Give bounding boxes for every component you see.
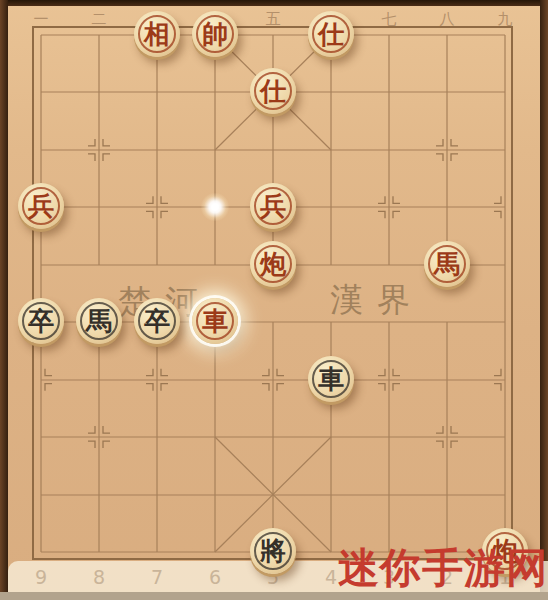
xiangqi-board[interactable]: 相帥仕仕兵兵炮馬車炮卒馬卒車將	[0, 0, 548, 600]
last-move-highlight[interactable]	[200, 192, 230, 222]
piece-character: 車	[318, 366, 344, 392]
piece-black-general[interactable]: 將	[250, 528, 296, 574]
piece-character: 卒	[144, 308, 170, 334]
piece-character: 將	[260, 538, 286, 564]
piece-black-soldier[interactable]: 卒	[134, 298, 180, 344]
piece-character: 帥	[202, 21, 228, 47]
piece-character: 炮	[260, 251, 286, 277]
piece-character: 馬	[86, 308, 112, 334]
piece-red-advisor[interactable]: 仕	[250, 68, 296, 114]
piece-black-horse[interactable]: 馬	[76, 298, 122, 344]
piece-black-chariot[interactable]: 車	[308, 356, 354, 402]
piece-black-soldier[interactable]: 卒	[18, 298, 64, 344]
piece-character: 仕	[318, 21, 344, 47]
piece-character: 卒	[28, 308, 54, 334]
piece-red-horse[interactable]: 馬	[424, 241, 470, 287]
piece-character: 車	[202, 308, 228, 334]
site-watermark: 迷你手游网	[338, 541, 548, 596]
piece-red-cannon[interactable]: 炮	[250, 241, 296, 287]
piece-red-elephant[interactable]: 相	[134, 11, 180, 57]
piece-character: 相	[144, 21, 170, 47]
xiangqi-app-screen: 一 二 三 四 五 六 七 八 九	[0, 0, 548, 600]
piece-red-soldier[interactable]: 兵	[250, 183, 296, 229]
piece-red-general[interactable]: 帥	[192, 11, 238, 57]
piece-character: 兵	[260, 193, 286, 219]
piece-red-chariot[interactable]: 車	[192, 298, 238, 344]
piece-red-soldier[interactable]: 兵	[18, 183, 64, 229]
piece-red-advisor[interactable]: 仕	[308, 11, 354, 57]
piece-character: 馬	[434, 251, 460, 277]
piece-character: 仕	[260, 78, 286, 104]
piece-character: 兵	[28, 193, 54, 219]
